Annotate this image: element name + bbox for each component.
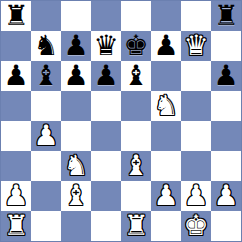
square-f5[interactable]: ♞ — [151, 91, 181, 121]
square-b3[interactable] — [31, 151, 61, 181]
square-c5[interactable] — [61, 91, 91, 121]
square-d1[interactable] — [91, 211, 121, 241]
square-b7[interactable]: ♞ — [31, 31, 61, 61]
square-f8[interactable] — [151, 1, 181, 31]
black-king-e7[interactable]: ♚ — [123, 32, 148, 60]
square-g2[interactable]: ♟ — [181, 181, 211, 211]
square-c3[interactable]: ♞ — [61, 151, 91, 181]
square-g1[interactable]: ♚ — [181, 211, 211, 241]
square-g7[interactable]: ♛ — [181, 31, 211, 61]
black-pawn-h6[interactable]: ♟ — [213, 62, 238, 90]
white-pawn-h2[interactable]: ♟ — [213, 182, 238, 210]
square-c6[interactable]: ♟ — [61, 61, 91, 91]
square-d8[interactable] — [91, 1, 121, 31]
square-d3[interactable] — [91, 151, 121, 181]
square-e2[interactable] — [121, 181, 151, 211]
chess-board: ♜♜♞♟♛♚♟♛♟♝♟♟♝♟♞♟♞♝♟♝♟♟♟♜♜♚ — [0, 0, 242, 242]
black-rook-a8[interactable]: ♜ — [3, 2, 28, 30]
white-rook-e1[interactable]: ♜ — [123, 212, 148, 240]
square-f2[interactable]: ♟ — [151, 181, 181, 211]
square-h3[interactable] — [211, 151, 241, 181]
black-pawn-c7[interactable]: ♟ — [63, 32, 88, 60]
square-g4[interactable] — [181, 121, 211, 151]
square-e6[interactable]: ♝ — [121, 61, 151, 91]
black-bishop-b6[interactable]: ♝ — [33, 62, 58, 90]
black-queen-d7[interactable]: ♛ — [93, 32, 118, 60]
square-e8[interactable] — [121, 1, 151, 31]
square-f6[interactable] — [151, 61, 181, 91]
square-b4[interactable]: ♟ — [31, 121, 61, 151]
square-a3[interactable] — [1, 151, 31, 181]
square-g8[interactable] — [181, 1, 211, 31]
square-d5[interactable] — [91, 91, 121, 121]
square-h7[interactable] — [211, 31, 241, 61]
square-h6[interactable]: ♟ — [211, 61, 241, 91]
black-rook-h8[interactable]: ♜ — [213, 2, 238, 30]
square-a5[interactable] — [1, 91, 31, 121]
square-e3[interactable]: ♝ — [121, 151, 151, 181]
white-knight-f5[interactable]: ♞ — [153, 92, 178, 120]
white-king-g1[interactable]: ♚ — [183, 212, 208, 240]
white-pawn-b4[interactable]: ♟ — [33, 122, 58, 150]
square-f3[interactable] — [151, 151, 181, 181]
square-f1[interactable] — [151, 211, 181, 241]
square-a7[interactable] — [1, 31, 31, 61]
white-rook-a1[interactable]: ♜ — [3, 212, 28, 240]
square-f4[interactable] — [151, 121, 181, 151]
square-e1[interactable]: ♜ — [121, 211, 151, 241]
white-pawn-f2[interactable]: ♟ — [153, 182, 178, 210]
square-e5[interactable] — [121, 91, 151, 121]
square-b6[interactable]: ♝ — [31, 61, 61, 91]
square-d4[interactable] — [91, 121, 121, 151]
black-knight-b7[interactable]: ♞ — [33, 32, 58, 60]
square-a2[interactable]: ♟ — [1, 181, 31, 211]
square-h1[interactable] — [211, 211, 241, 241]
square-a1[interactable]: ♜ — [1, 211, 31, 241]
square-d7[interactable]: ♛ — [91, 31, 121, 61]
white-knight-c3[interactable]: ♞ — [63, 152, 88, 180]
square-a4[interactable] — [1, 121, 31, 151]
square-c1[interactable] — [61, 211, 91, 241]
square-b1[interactable] — [31, 211, 61, 241]
white-pawn-g2[interactable]: ♟ — [183, 182, 208, 210]
square-c8[interactable] — [61, 1, 91, 31]
square-c4[interactable] — [61, 121, 91, 151]
square-h8[interactable]: ♜ — [211, 1, 241, 31]
black-pawn-d6[interactable]: ♟ — [93, 62, 118, 90]
square-g5[interactable] — [181, 91, 211, 121]
square-c7[interactable]: ♟ — [61, 31, 91, 61]
square-b2[interactable] — [31, 181, 61, 211]
white-pawn-a2[interactable]: ♟ — [3, 182, 28, 210]
square-h5[interactable] — [211, 91, 241, 121]
square-b5[interactable] — [31, 91, 61, 121]
square-h4[interactable] — [211, 121, 241, 151]
square-d6[interactable]: ♟ — [91, 61, 121, 91]
square-h2[interactable]: ♟ — [211, 181, 241, 211]
square-f7[interactable]: ♟ — [151, 31, 181, 61]
square-e4[interactable] — [121, 121, 151, 151]
black-pawn-c6[interactable]: ♟ — [63, 62, 88, 90]
white-bishop-c2[interactable]: ♝ — [63, 182, 88, 210]
square-a6[interactable]: ♟ — [1, 61, 31, 91]
square-c2[interactable]: ♝ — [61, 181, 91, 211]
square-a8[interactable]: ♜ — [1, 1, 31, 31]
white-queen-g7[interactable]: ♛ — [183, 32, 208, 60]
square-b8[interactable] — [31, 1, 61, 31]
square-g6[interactable] — [181, 61, 211, 91]
black-bishop-e6[interactable]: ♝ — [123, 62, 148, 90]
black-pawn-a6[interactable]: ♟ — [3, 62, 28, 90]
square-e7[interactable]: ♚ — [121, 31, 151, 61]
white-bishop-e3[interactable]: ♝ — [123, 152, 148, 180]
square-g3[interactable] — [181, 151, 211, 181]
square-d2[interactable] — [91, 181, 121, 211]
black-pawn-f7[interactable]: ♟ — [153, 32, 178, 60]
